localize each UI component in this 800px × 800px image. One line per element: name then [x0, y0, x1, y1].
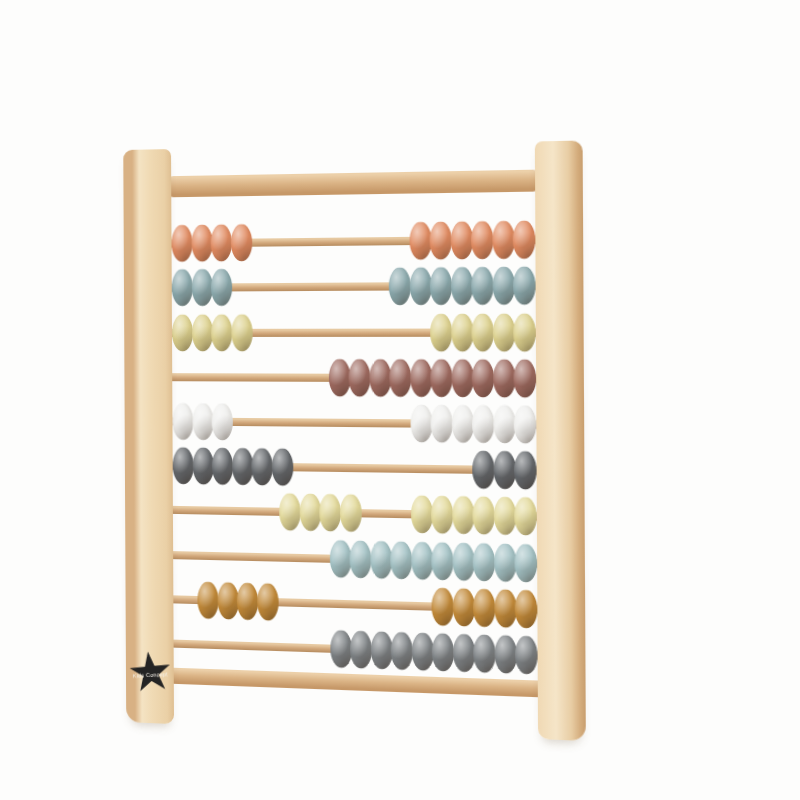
bead-mustard[interactable] — [494, 589, 517, 628]
bead-coral[interactable] — [492, 221, 515, 260]
bead-coral[interactable] — [450, 221, 473, 260]
bead-yellow[interactable] — [172, 314, 193, 351]
bead-group-left — [172, 314, 252, 352]
brand-logo: ★ Kids Concept — [124, 645, 176, 699]
bead-white[interactable] — [192, 403, 213, 440]
bead-yellow[interactable] — [513, 313, 536, 352]
bead-group-right — [410, 495, 537, 536]
bead-steel-blue[interactable] — [430, 267, 452, 305]
bead-group-left — [173, 447, 293, 486]
bead-white[interactable] — [472, 405, 495, 444]
bead-mustard[interactable] — [197, 581, 218, 619]
bead-white[interactable] — [410, 404, 432, 442]
bead-row-6 — [173, 444, 537, 494]
bead-steel-blue[interactable] — [450, 267, 473, 305]
bead-row-4 — [172, 355, 536, 402]
bead-mustard[interactable] — [237, 582, 259, 620]
bead-group-left — [172, 269, 233, 307]
bead-pale-teal[interactable] — [473, 542, 496, 581]
bead-mustard[interactable] — [473, 588, 496, 627]
bead-rosewood[interactable] — [492, 359, 515, 398]
bead-mustard[interactable] — [431, 587, 453, 626]
bead-yellow[interactable] — [231, 314, 253, 352]
bead-pale-teal[interactable] — [493, 543, 516, 582]
bead-coral[interactable] — [513, 220, 536, 259]
bead-yellow[interactable] — [211, 314, 232, 351]
bead-row-7 — [173, 488, 537, 540]
bead-mustard[interactable] — [257, 583, 279, 621]
bead-group-left — [171, 224, 251, 262]
bead-rosewood[interactable] — [430, 359, 452, 397]
bead-slate-gray[interactable] — [330, 630, 352, 669]
bead-rosewood[interactable] — [410, 359, 432, 397]
bead-pale-teal[interactable] — [431, 541, 453, 580]
bead-pale-yellow[interactable] — [410, 495, 432, 534]
bead-group-right — [410, 404, 537, 443]
bead-pale-yellow[interactable] — [279, 493, 301, 531]
bead-steel-blue[interactable] — [211, 269, 232, 307]
bead-steel-blue[interactable] — [191, 269, 212, 306]
bead-coral[interactable] — [230, 224, 252, 262]
bead-coral[interactable] — [191, 224, 212, 262]
bead-row-5 — [172, 399, 536, 447]
bead-steel-blue[interactable] — [389, 268, 411, 306]
bead-mustard[interactable] — [217, 582, 238, 620]
bead-slate-gray[interactable] — [494, 635, 517, 674]
bead-coral[interactable] — [430, 221, 452, 260]
bead-group-right — [430, 313, 536, 352]
bead-rosewood[interactable] — [389, 359, 411, 397]
bead-pale-teal[interactable] — [452, 542, 475, 581]
bead-pale-teal[interactable] — [390, 541, 412, 580]
frame-post-right — [535, 140, 586, 741]
bead-white[interactable] — [212, 403, 233, 441]
bead-dark-gray[interactable] — [493, 451, 516, 490]
bead-steel-blue[interactable] — [492, 267, 515, 306]
bead-coral[interactable] — [471, 221, 494, 260]
bead-pale-teal[interactable] — [349, 540, 371, 578]
bead-dark-gray[interactable] — [212, 448, 233, 486]
bead-steel-blue[interactable] — [513, 267, 536, 306]
bead-pale-yellow[interactable] — [339, 494, 361, 532]
bead-slate-gray[interactable] — [515, 635, 538, 674]
bead-rows — [171, 217, 537, 679]
bead-mustard[interactable] — [452, 588, 475, 627]
bead-dark-gray[interactable] — [173, 447, 194, 485]
bead-group-right — [328, 359, 536, 398]
bead-slate-gray[interactable] — [350, 630, 372, 669]
bead-white[interactable] — [451, 405, 474, 444]
bead-slate-gray[interactable] — [411, 632, 433, 671]
bead-white[interactable] — [514, 405, 537, 444]
bead-rosewood[interactable] — [513, 359, 536, 398]
bead-white[interactable] — [172, 403, 193, 440]
bead-row-3 — [172, 309, 536, 355]
bead-dark-gray[interactable] — [271, 448, 293, 486]
bead-yellow[interactable] — [430, 313, 452, 351]
bead-steel-blue[interactable] — [172, 269, 193, 306]
bead-slate-gray[interactable] — [432, 633, 454, 672]
abacus: ★ Kids Concept — [123, 140, 586, 741]
bead-white[interactable] — [430, 404, 452, 442]
bead-rosewood[interactable] — [349, 359, 371, 397]
bead-rosewood[interactable] — [472, 359, 495, 398]
bead-pale-yellow[interactable] — [472, 496, 495, 535]
bead-coral[interactable] — [211, 224, 232, 262]
bead-slate-gray[interactable] — [452, 633, 475, 672]
bead-group-left — [172, 403, 233, 441]
bead-dark-gray[interactable] — [231, 448, 253, 486]
bead-steel-blue[interactable] — [409, 267, 431, 305]
top-crossbar-dowel — [163, 170, 544, 198]
bead-coral[interactable] — [171, 225, 192, 262]
bead-slate-gray[interactable] — [370, 631, 392, 670]
bead-group-right — [329, 539, 537, 582]
bead-yellow[interactable] — [492, 313, 515, 352]
bead-group-right — [330, 630, 538, 675]
bead-steel-blue[interactable] — [471, 267, 494, 306]
bead-rosewood[interactable] — [369, 359, 391, 397]
bead-pale-yellow[interactable] — [514, 497, 537, 536]
bead-dark-gray[interactable] — [251, 448, 273, 486]
bead-rosewood[interactable] — [328, 359, 350, 397]
bead-pale-teal[interactable] — [329, 539, 351, 577]
bead-pale-yellow[interactable] — [431, 496, 453, 535]
bead-pale-yellow[interactable] — [493, 497, 516, 536]
bead-group-right — [409, 220, 536, 260]
bead-slate-gray[interactable] — [473, 634, 496, 673]
bead-dark-gray[interactable] — [514, 451, 537, 490]
bead-rosewood[interactable] — [451, 359, 474, 397]
bead-pale-yellow[interactable] — [452, 496, 475, 535]
bead-white[interactable] — [493, 405, 516, 444]
bead-pale-teal[interactable] — [514, 543, 537, 582]
bead-group-left — [197, 581, 278, 621]
bead-pale-yellow[interactable] — [299, 494, 321, 532]
bead-group-center — [279, 493, 361, 532]
bead-group-right — [431, 587, 537, 628]
bead-yellow[interactable] — [191, 314, 212, 351]
bead-group-right — [389, 267, 536, 306]
bead-dark-gray[interactable] — [472, 451, 495, 490]
product-photo-background: ★ Kids Concept — [0, 0, 800, 800]
bead-group-right — [472, 451, 537, 490]
bead-pale-yellow[interactable] — [319, 494, 341, 532]
bead-row-1 — [171, 217, 535, 266]
bead-dark-gray[interactable] — [192, 447, 213, 485]
bead-row-2 — [172, 263, 536, 310]
bead-yellow[interactable] — [471, 313, 494, 351]
bead-pale-teal[interactable] — [370, 540, 392, 579]
frame-post-left: ★ Kids Concept — [123, 149, 174, 724]
bead-slate-gray[interactable] — [391, 632, 413, 671]
bead-pale-teal[interactable] — [411, 541, 433, 580]
bead-yellow[interactable] — [451, 313, 474, 351]
bead-mustard[interactable] — [515, 589, 538, 628]
bead-coral[interactable] — [409, 222, 431, 260]
